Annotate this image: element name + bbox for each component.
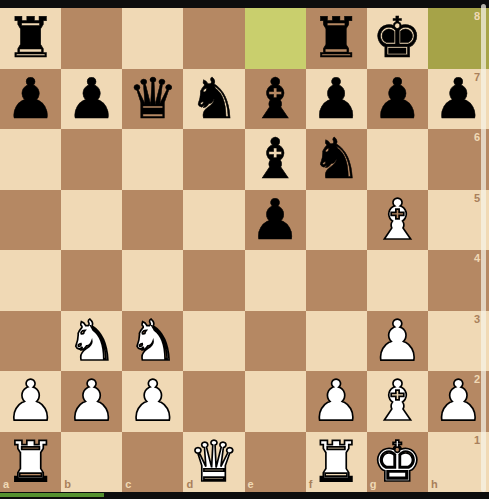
square-b6[interactable]: [61, 129, 122, 190]
square-e2[interactable]: [245, 371, 306, 432]
square-f1[interactable]: f♜: [306, 432, 367, 493]
square-d1[interactable]: d♛: [183, 432, 244, 493]
square-d4[interactable]: [183, 250, 244, 311]
square-g2[interactable]: ♝: [367, 371, 428, 432]
piece-white-queen[interactable]: ♛: [189, 432, 239, 492]
square-f5[interactable]: [306, 190, 367, 251]
piece-white-pawn[interactable]: ♟: [5, 371, 55, 431]
square-g1[interactable]: g♚: [367, 432, 428, 493]
square-c5[interactable]: [122, 190, 183, 251]
square-g7[interactable]: ♟: [367, 69, 428, 130]
square-h5[interactable]: 5: [428, 190, 489, 251]
piece-black-pawn[interactable]: ♟: [5, 69, 55, 129]
progress-segment: [0, 493, 104, 497]
square-f8[interactable]: ♜: [306, 8, 367, 69]
piece-black-queen[interactable]: ♛: [128, 69, 178, 129]
piece-white-pawn[interactable]: ♟: [372, 311, 422, 371]
square-a2[interactable]: ♟: [0, 371, 61, 432]
square-a1[interactable]: a♜: [0, 432, 61, 493]
piece-white-pawn[interactable]: ♟: [128, 371, 178, 431]
file-label-h: h: [431, 479, 438, 490]
square-b1[interactable]: b: [61, 432, 122, 493]
scrollbar[interactable]: [481, 4, 486, 492]
file-label-a: a: [3, 479, 9, 490]
square-c3[interactable]: ♞: [122, 311, 183, 372]
square-h4[interactable]: 4: [428, 250, 489, 311]
piece-white-king[interactable]: ♚: [372, 432, 422, 492]
square-f2[interactable]: ♟: [306, 371, 367, 432]
square-a7[interactable]: ♟: [0, 69, 61, 130]
square-b8[interactable]: [61, 8, 122, 69]
piece-black-pawn[interactable]: ♟: [250, 190, 300, 250]
square-b2[interactable]: ♟: [61, 371, 122, 432]
piece-black-pawn[interactable]: ♟: [67, 69, 117, 129]
piece-white-bishop[interactable]: ♝: [372, 190, 422, 250]
piece-black-rook[interactable]: ♜: [5, 8, 55, 68]
rank-label-1: 1: [474, 435, 480, 446]
chess-board: ♜♜♚8♟♟♛♞♝♟♟7♟♝♞6♟♝54♞♞♟3♟♟♟♟♝2♟a♜bcd♛ef♜…: [0, 8, 489, 492]
piece-white-rook[interactable]: ♜: [311, 432, 361, 492]
square-d5[interactable]: [183, 190, 244, 251]
file-label-b: b: [64, 479, 71, 490]
piece-white-bishop[interactable]: ♝: [372, 371, 422, 431]
square-g3[interactable]: ♟: [367, 311, 428, 372]
square-h6[interactable]: 6: [428, 129, 489, 190]
piece-black-pawn[interactable]: ♟: [372, 69, 422, 129]
square-b7[interactable]: ♟: [61, 69, 122, 130]
piece-white-pawn[interactable]: ♟: [67, 371, 117, 431]
square-a6[interactable]: [0, 129, 61, 190]
square-c4[interactable]: [122, 250, 183, 311]
square-h2[interactable]: 2♟: [428, 371, 489, 432]
square-e1[interactable]: e: [245, 432, 306, 493]
rank-label-3: 3: [474, 314, 480, 325]
square-a3[interactable]: [0, 311, 61, 372]
square-b4[interactable]: [61, 250, 122, 311]
file-label-f: f: [309, 479, 313, 490]
square-f7[interactable]: ♟: [306, 69, 367, 130]
square-e3[interactable]: [245, 311, 306, 372]
square-a8[interactable]: ♜: [0, 8, 61, 69]
square-f6[interactable]: ♞: [306, 129, 367, 190]
square-b3[interactable]: ♞: [61, 311, 122, 372]
square-h7[interactable]: 7♟: [428, 69, 489, 130]
file-label-d: d: [186, 479, 193, 490]
square-c1[interactable]: c: [122, 432, 183, 493]
rank-label-6: 6: [474, 132, 480, 143]
piece-black-king[interactable]: ♚: [372, 8, 422, 68]
piece-black-pawn[interactable]: ♟: [311, 69, 361, 129]
square-e4[interactable]: [245, 250, 306, 311]
square-g5[interactable]: ♝: [367, 190, 428, 251]
square-h1[interactable]: 1h: [428, 432, 489, 493]
square-c2[interactable]: ♟: [122, 371, 183, 432]
square-a4[interactable]: [0, 250, 61, 311]
rank-label-4: 4: [474, 253, 480, 264]
square-b5[interactable]: [61, 190, 122, 251]
square-c6[interactable]: [122, 129, 183, 190]
square-d6[interactable]: [183, 129, 244, 190]
rank-label-8: 8: [474, 11, 480, 22]
square-f4[interactable]: [306, 250, 367, 311]
screenshot-root: ♜♜♚8♟♟♛♞♝♟♟7♟♝♞6♟♝54♞♞♟3♟♟♟♟♝2♟a♜bcd♛ef♜…: [0, 0, 489, 499]
piece-black-knight[interactable]: ♞: [311, 129, 361, 189]
file-label-c: c: [125, 479, 131, 490]
piece-white-pawn[interactable]: ♟: [311, 371, 361, 431]
file-label-g: g: [370, 479, 377, 490]
square-e8[interactable]: [245, 8, 306, 69]
bottom-bar: [0, 492, 489, 499]
piece-black-bishop[interactable]: ♝: [250, 69, 300, 129]
square-a5[interactable]: [0, 190, 61, 251]
square-d2[interactable]: [183, 371, 244, 432]
square-d7[interactable]: ♞: [183, 69, 244, 130]
square-f3[interactable]: [306, 311, 367, 372]
rank-label-7: 7: [474, 72, 480, 83]
piece-white-rook[interactable]: ♜: [5, 432, 55, 492]
file-label-e: e: [248, 479, 254, 490]
square-d8[interactable]: [183, 8, 244, 69]
square-h3[interactable]: 3: [428, 311, 489, 372]
piece-white-knight[interactable]: ♞: [67, 311, 117, 371]
piece-black-knight[interactable]: ♞: [189, 69, 239, 129]
rank-label-2: 2: [474, 374, 480, 385]
square-g4[interactable]: [367, 250, 428, 311]
square-g6[interactable]: [367, 129, 428, 190]
piece-black-rook[interactable]: ♜: [311, 8, 361, 68]
square-d3[interactable]: [183, 311, 244, 372]
square-e6[interactable]: ♝: [245, 129, 306, 190]
square-c7[interactable]: ♛: [122, 69, 183, 130]
square-h8[interactable]: 8: [428, 8, 489, 69]
square-e7[interactable]: ♝: [245, 69, 306, 130]
square-c8[interactable]: [122, 8, 183, 69]
piece-white-knight[interactable]: ♞: [128, 311, 178, 371]
square-e5[interactable]: ♟: [245, 190, 306, 251]
square-g8[interactable]: ♚: [367, 8, 428, 69]
rank-label-5: 5: [474, 193, 480, 204]
piece-black-bishop[interactable]: ♝: [250, 129, 300, 189]
